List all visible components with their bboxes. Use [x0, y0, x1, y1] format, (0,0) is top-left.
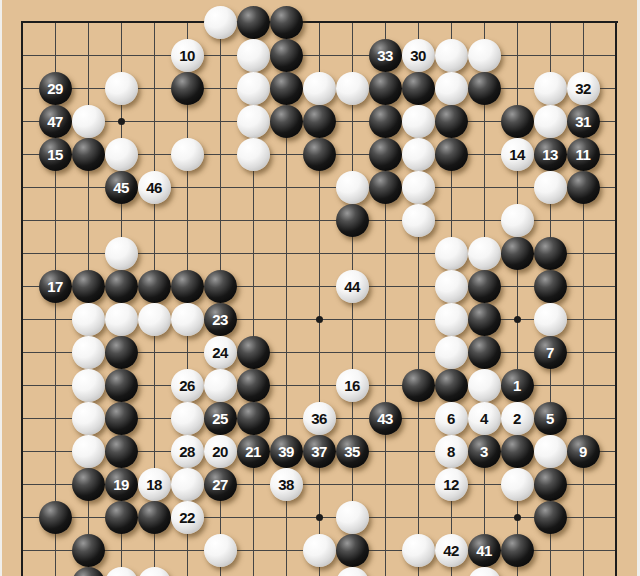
white-stone-move-24[interactable]: 24 [204, 336, 237, 369]
white-stone[interactable] [303, 534, 336, 567]
white-stone-move-2[interactable]: 2 [501, 402, 534, 435]
black-stone[interactable] [138, 270, 171, 303]
white-stone[interactable] [72, 303, 105, 336]
white-stone-move-10[interactable]: 10 [171, 39, 204, 72]
black-stone-move-29[interactable]: 29 [39, 72, 72, 105]
white-stone-move-6[interactable]: 6 [435, 402, 468, 435]
move-number-label: 33 [377, 48, 393, 63]
move-number-label: 35 [344, 444, 360, 459]
white-stone[interactable] [534, 171, 567, 204]
move-number-label: 28 [179, 444, 195, 459]
black-stone-move-37[interactable]: 37 [303, 435, 336, 468]
move-number-label: 8 [447, 444, 455, 459]
move-number-label: 17 [47, 279, 63, 294]
move-number-label: 21 [245, 444, 261, 459]
white-stone[interactable] [237, 138, 270, 171]
black-stone[interactable] [105, 501, 138, 534]
go-diagram: 1033302932473115141311454617442324726161… [0, 0, 640, 576]
white-stone[interactable] [336, 171, 369, 204]
move-number-label: 2 [513, 411, 521, 426]
black-stone[interactable] [237, 336, 270, 369]
black-stone[interactable] [303, 138, 336, 171]
white-stone[interactable] [402, 204, 435, 237]
image-edge-left [0, 0, 2, 576]
move-number-label: 26 [179, 378, 195, 393]
black-stone[interactable] [468, 336, 501, 369]
move-number-label: 31 [575, 114, 591, 129]
white-stone[interactable] [72, 336, 105, 369]
white-stone[interactable] [534, 435, 567, 468]
black-stone[interactable] [72, 468, 105, 501]
black-stone-move-25[interactable]: 25 [204, 402, 237, 435]
white-stone[interactable] [534, 72, 567, 105]
white-stone[interactable] [501, 204, 534, 237]
move-number-label: 6 [447, 411, 455, 426]
white-stone-move-30[interactable]: 30 [402, 39, 435, 72]
white-stone[interactable] [402, 138, 435, 171]
white-stone-move-18[interactable]: 18 [138, 468, 171, 501]
move-number-label: 20 [212, 444, 228, 459]
black-stone[interactable] [105, 369, 138, 402]
black-stone[interactable] [72, 138, 105, 171]
black-stone[interactable] [237, 369, 270, 402]
black-stone[interactable] [39, 501, 72, 534]
black-stone[interactable] [468, 270, 501, 303]
black-stone-move-1[interactable]: 1 [501, 369, 534, 402]
black-stone[interactable] [501, 534, 534, 567]
white-stone[interactable] [237, 72, 270, 105]
black-stone-move-9[interactable]: 9 [567, 435, 600, 468]
move-number-label: 14 [509, 147, 525, 162]
black-stone[interactable] [567, 171, 600, 204]
go-board[interactable]: 1033302932473115141311454617442324726161… [6, 6, 633, 576]
white-stone[interactable] [468, 369, 501, 402]
white-stone[interactable] [237, 105, 270, 138]
white-stone-move-12[interactable]: 12 [435, 468, 468, 501]
black-stone-move-31[interactable]: 31 [567, 105, 600, 138]
black-stone[interactable] [72, 270, 105, 303]
black-stone[interactable] [369, 171, 402, 204]
move-number-label: 13 [542, 147, 558, 162]
white-stone-move-36[interactable]: 36 [303, 402, 336, 435]
white-stone[interactable] [72, 369, 105, 402]
star-point [514, 316, 521, 323]
star-point [514, 514, 521, 521]
white-stone-move-20[interactable]: 20 [204, 435, 237, 468]
black-stone[interactable] [72, 534, 105, 567]
white-stone[interactable] [72, 105, 105, 138]
black-stone[interactable] [501, 435, 534, 468]
black-stone[interactable] [369, 72, 402, 105]
black-stone[interactable] [270, 105, 303, 138]
black-stone[interactable] [237, 6, 270, 39]
white-stone[interactable] [171, 303, 204, 336]
black-stone[interactable] [270, 6, 303, 39]
move-number-label: 5 [546, 411, 554, 426]
white-stone[interactable] [105, 567, 138, 576]
black-stone-move-7[interactable]: 7 [534, 336, 567, 369]
black-stone[interactable] [435, 138, 468, 171]
black-stone[interactable] [237, 402, 270, 435]
black-stone-move-19[interactable]: 19 [105, 468, 138, 501]
white-stone[interactable] [171, 468, 204, 501]
move-number-label: 7 [546, 345, 554, 360]
white-stone-move-32[interactable]: 32 [567, 72, 600, 105]
move-number-label: 37 [311, 444, 327, 459]
black-stone-move-41[interactable]: 41 [468, 534, 501, 567]
white-stone[interactable] [435, 270, 468, 303]
black-stone[interactable] [336, 534, 369, 567]
white-stone[interactable] [138, 567, 171, 576]
white-stone[interactable] [105, 138, 138, 171]
white-stone[interactable] [435, 39, 468, 72]
white-stone-move-26[interactable]: 26 [171, 369, 204, 402]
white-stone-move-28[interactable]: 28 [171, 435, 204, 468]
black-stone[interactable] [501, 237, 534, 270]
white-stone[interactable] [435, 237, 468, 270]
white-stone-move-44[interactable]: 44 [336, 270, 369, 303]
black-stone[interactable] [303, 105, 336, 138]
white-stone[interactable] [105, 237, 138, 270]
black-stone-move-43[interactable]: 43 [369, 402, 402, 435]
white-stone[interactable] [171, 402, 204, 435]
white-stone-move-16[interactable]: 16 [336, 369, 369, 402]
move-number-label: 1 [513, 378, 521, 393]
black-stone[interactable] [402, 369, 435, 402]
black-stone[interactable] [369, 105, 402, 138]
white-stone[interactable] [303, 72, 336, 105]
move-number-label: 32 [575, 81, 591, 96]
white-stone[interactable] [534, 105, 567, 138]
black-stone[interactable] [171, 270, 204, 303]
black-stone-move-15[interactable]: 15 [39, 138, 72, 171]
white-stone-move-4[interactable]: 4 [468, 402, 501, 435]
black-stone-move-11[interactable]: 11 [567, 138, 600, 171]
black-stone[interactable] [534, 468, 567, 501]
black-stone-move-3[interactable]: 3 [468, 435, 501, 468]
black-stone[interactable] [105, 270, 138, 303]
white-stone-move-22[interactable]: 22 [171, 501, 204, 534]
black-stone[interactable] [369, 138, 402, 171]
black-stone[interactable] [72, 567, 105, 576]
move-number-label: 38 [278, 477, 294, 492]
white-stone[interactable] [468, 237, 501, 270]
move-number-label: 22 [179, 510, 195, 525]
black-stone[interactable] [534, 237, 567, 270]
white-stone[interactable] [468, 567, 501, 576]
move-number-label: 41 [476, 543, 492, 558]
black-stone-move-27[interactable]: 27 [204, 468, 237, 501]
move-number-label: 11 [576, 147, 591, 162]
black-stone[interactable] [270, 72, 303, 105]
move-number-label: 30 [410, 48, 426, 63]
black-stone-move-23[interactable]: 23 [204, 303, 237, 336]
black-stone[interactable] [468, 72, 501, 105]
black-stone[interactable] [501, 105, 534, 138]
black-stone[interactable] [138, 501, 171, 534]
black-stone-move-33[interactable]: 33 [369, 39, 402, 72]
move-number-label: 25 [212, 411, 228, 426]
black-stone[interactable] [468, 303, 501, 336]
black-stone[interactable] [534, 270, 567, 303]
black-stone[interactable] [435, 369, 468, 402]
star-point [316, 514, 323, 521]
move-number-label: 46 [146, 180, 162, 195]
black-stone-move-13[interactable]: 13 [534, 138, 567, 171]
move-number-label: 27 [212, 477, 228, 492]
move-number-label: 16 [344, 378, 360, 393]
black-stone[interactable] [270, 39, 303, 72]
move-number-label: 4 [480, 411, 488, 426]
black-stone[interactable] [402, 72, 435, 105]
move-number-label: 42 [443, 543, 459, 558]
star-point [316, 316, 323, 323]
white-stone[interactable] [336, 501, 369, 534]
move-number-label: 24 [212, 345, 228, 360]
move-number-label: 9 [579, 444, 587, 459]
black-stone-move-21[interactable]: 21 [237, 435, 270, 468]
white-stone[interactable] [468, 39, 501, 72]
black-stone-move-35[interactable]: 35 [336, 435, 369, 468]
white-stone[interactable] [204, 369, 237, 402]
white-stone[interactable] [402, 171, 435, 204]
move-number-label: 3 [480, 444, 488, 459]
move-number-label: 43 [377, 411, 393, 426]
move-number-label: 18 [146, 477, 162, 492]
white-stone[interactable] [72, 435, 105, 468]
white-stone[interactable] [534, 303, 567, 336]
black-stone[interactable] [534, 501, 567, 534]
white-stone[interactable] [435, 336, 468, 369]
white-stone[interactable] [237, 39, 270, 72]
white-stone-move-14[interactable]: 14 [501, 138, 534, 171]
black-stone[interactable] [105, 402, 138, 435]
black-stone-move-5[interactable]: 5 [534, 402, 567, 435]
black-stone-move-17[interactable]: 17 [39, 270, 72, 303]
white-stone[interactable] [402, 534, 435, 567]
white-stone[interactable] [105, 303, 138, 336]
move-number-label: 29 [47, 81, 63, 96]
white-stone[interactable] [171, 138, 204, 171]
white-stone[interactable] [435, 72, 468, 105]
black-stone[interactable] [171, 72, 204, 105]
move-number-label: 12 [443, 477, 459, 492]
black-stone-move-39[interactable]: 39 [270, 435, 303, 468]
white-stone[interactable] [105, 72, 138, 105]
move-number-label: 36 [311, 411, 327, 426]
white-stone-move-38[interactable]: 38 [270, 468, 303, 501]
white-stone-move-42[interactable]: 42 [435, 534, 468, 567]
white-stone[interactable] [72, 402, 105, 435]
white-stone[interactable] [336, 567, 369, 576]
white-stone[interactable] [138, 303, 171, 336]
white-stone-move-8[interactable]: 8 [435, 435, 468, 468]
move-number-label: 44 [344, 279, 360, 294]
black-stone[interactable] [105, 336, 138, 369]
move-number-label: 15 [47, 147, 63, 162]
black-stone-move-47[interactable]: 47 [39, 105, 72, 138]
black-stone-move-45[interactable]: 45 [105, 171, 138, 204]
black-stone[interactable] [336, 204, 369, 237]
white-stone[interactable] [402, 105, 435, 138]
black-stone[interactable] [105, 435, 138, 468]
move-number-label: 47 [47, 114, 63, 129]
black-stone[interactable] [435, 105, 468, 138]
white-stone-move-46[interactable]: 46 [138, 171, 171, 204]
white-stone[interactable] [501, 468, 534, 501]
move-number-label: 23 [212, 312, 228, 327]
move-number-label: 45 [113, 180, 129, 195]
black-stone[interactable] [204, 270, 237, 303]
white-stone[interactable] [204, 534, 237, 567]
move-number-label: 39 [278, 444, 294, 459]
star-point [118, 118, 125, 125]
move-number-label: 19 [113, 477, 129, 492]
move-number-label: 10 [179, 48, 195, 63]
white-stone[interactable] [435, 303, 468, 336]
white-stone[interactable] [204, 6, 237, 39]
white-stone[interactable] [336, 72, 369, 105]
